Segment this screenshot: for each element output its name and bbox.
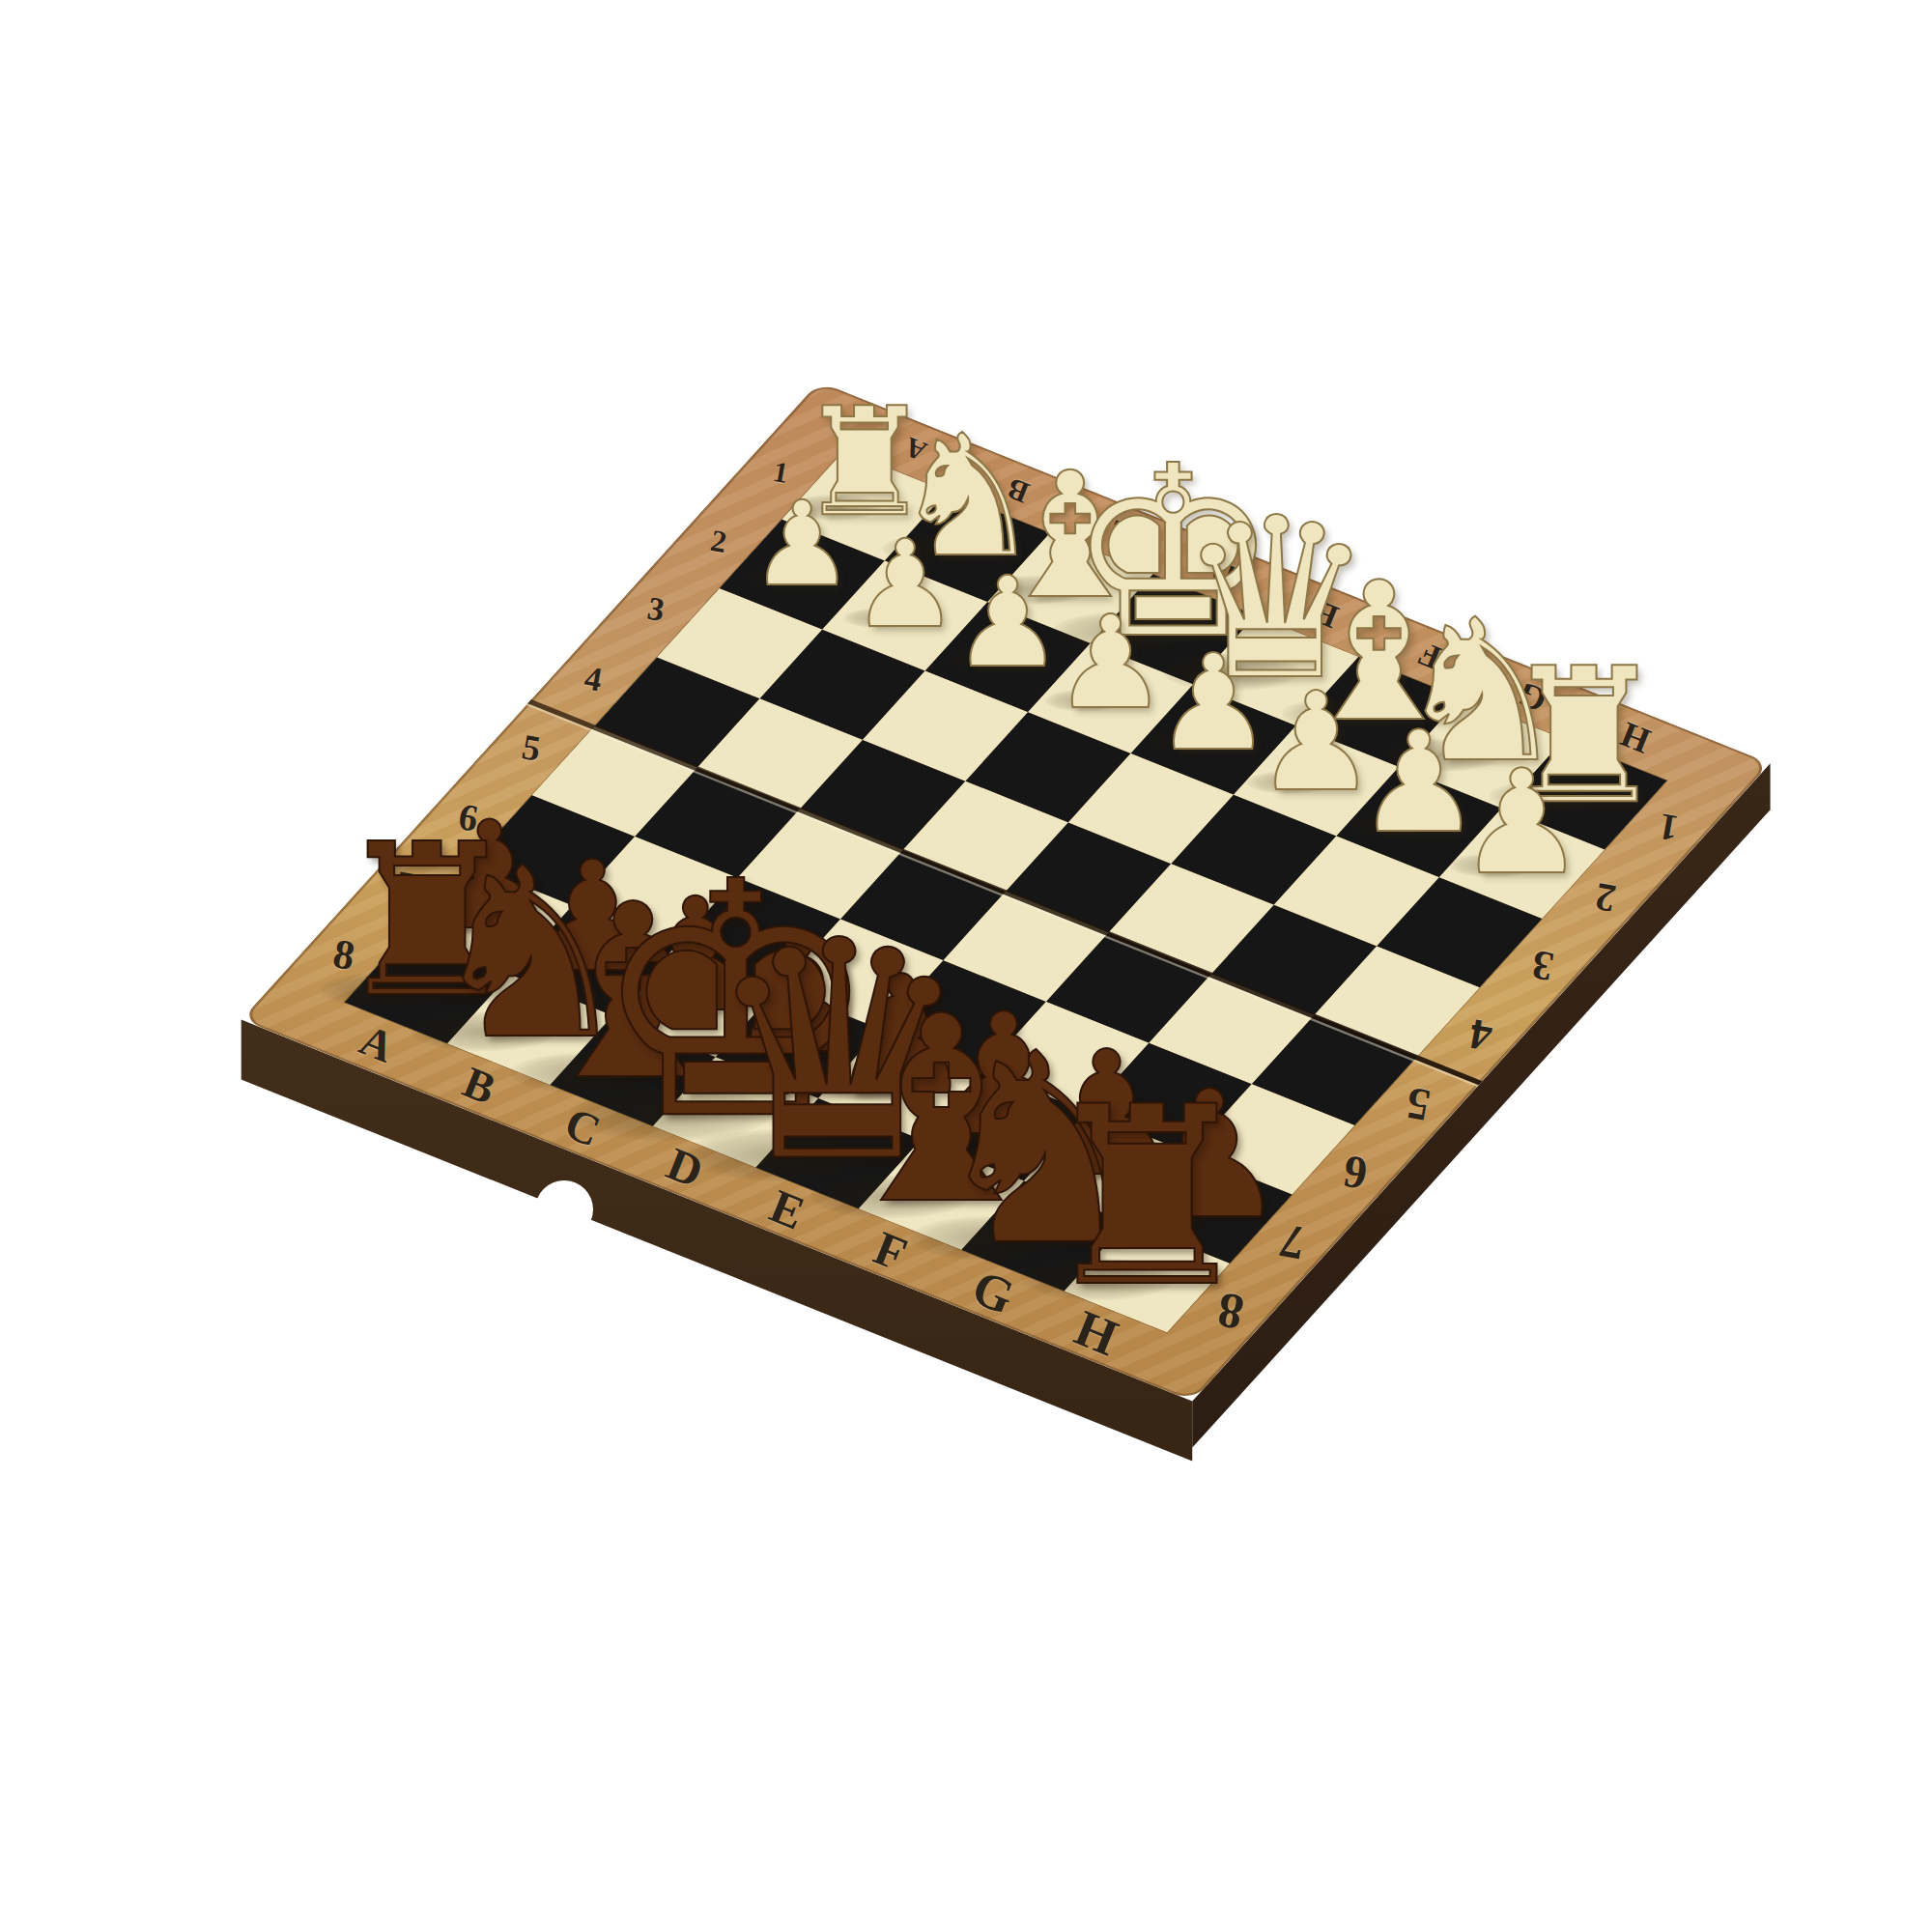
white-pawn-d2: ♟	[1053, 599, 1168, 727]
white-pawn-a2: ♟	[750, 485, 854, 602]
black-rook-h8: ♜	[1037, 1073, 1259, 1321]
white-pawn-c2: ♟	[952, 561, 1064, 686]
white-pawn-b2: ♟	[851, 524, 959, 644]
handle-notch-icon	[535, 1180, 593, 1238]
product-photo-scene: AA11BB22CC33DD44EE55FF66GG77HH88 ♜♞♟♝♟♚♟…	[0, 0, 1932, 1932]
white-pawn-h2: ♟	[1458, 751, 1587, 895]
